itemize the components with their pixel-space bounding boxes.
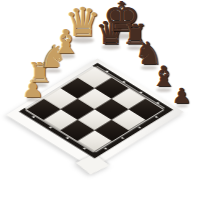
chess-set-product-photo: ♟♜♞♝♛♛♚♜♞♝♟ bbox=[0, 0, 200, 200]
chess-piece-dark-pawn: ♟ bbox=[173, 86, 192, 107]
coordinate-mark bbox=[137, 126, 141, 128]
coordinate-mark bbox=[103, 147, 107, 149]
coordinate-mark bbox=[154, 116, 158, 118]
coordinate-mark bbox=[120, 137, 124, 139]
